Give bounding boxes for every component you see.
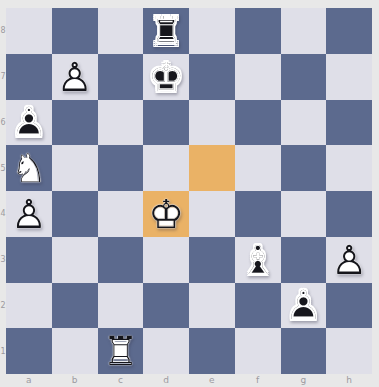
file-label-e: e xyxy=(189,373,235,387)
square-h1[interactable] xyxy=(326,328,372,374)
square-g4[interactable] xyxy=(281,191,327,237)
square-f1[interactable] xyxy=(235,328,281,374)
square-h4[interactable] xyxy=(326,191,372,237)
white-pawn-piece[interactable]: ♟♙ xyxy=(6,191,52,237)
black-pawn-piece[interactable]: ♟♙ xyxy=(6,100,52,146)
square-a4[interactable]: ♟♙ xyxy=(6,191,52,237)
square-b3[interactable] xyxy=(52,237,98,283)
square-d4[interactable]: ♚♔ xyxy=(143,191,189,237)
square-a6[interactable]: ♟♙ xyxy=(6,100,52,146)
file-label-f: f xyxy=(235,373,281,387)
square-b5[interactable] xyxy=(52,145,98,191)
square-g7[interactable] xyxy=(281,54,327,100)
square-d8[interactable]: ♜♖ xyxy=(143,8,189,54)
chess-board: ♜♖♟♙♚♔♟♙♞♘♟♙♚♔♝♗♟♙♟♙♜♖ xyxy=(6,8,372,374)
square-e4[interactable] xyxy=(189,191,235,237)
square-e3[interactable] xyxy=(189,237,235,283)
file-label-h: h xyxy=(326,373,372,387)
white-pawn-piece[interactable]: ♟♙ xyxy=(326,237,372,283)
square-a1[interactable] xyxy=(6,328,52,374)
black-pawn-outline: ♙ xyxy=(6,100,52,146)
square-e5[interactable] xyxy=(189,145,235,191)
square-d3[interactable] xyxy=(143,237,189,283)
square-f7[interactable] xyxy=(235,54,281,100)
square-a2[interactable] xyxy=(6,283,52,329)
white-rook-piece[interactable]: ♜♖ xyxy=(98,328,144,374)
square-f6[interactable] xyxy=(235,100,281,146)
square-b1[interactable] xyxy=(52,328,98,374)
square-e6[interactable] xyxy=(189,100,235,146)
square-c8[interactable] xyxy=(98,8,144,54)
square-f3[interactable]: ♝♗ xyxy=(235,237,281,283)
square-g8[interactable] xyxy=(281,8,327,54)
white-knight-piece[interactable]: ♞♘ xyxy=(6,145,52,191)
square-b7[interactable]: ♟♙ xyxy=(52,54,98,100)
square-h6[interactable] xyxy=(326,100,372,146)
square-c5[interactable] xyxy=(98,145,144,191)
file-labels: a b c d e f g h xyxy=(6,373,372,387)
white-king-outline: ♔ xyxy=(143,191,189,237)
square-h7[interactable] xyxy=(326,54,372,100)
square-b8[interactable] xyxy=(52,8,98,54)
square-g5[interactable] xyxy=(281,145,327,191)
square-d6[interactable] xyxy=(143,100,189,146)
white-king-piece[interactable]: ♚♔ xyxy=(143,191,189,237)
square-d7[interactable]: ♚♔ xyxy=(143,54,189,100)
chess-board-screenshot: 8 7 6 5 4 3 2 1 ♜♖♟♙♚♔♟♙♞♘♟♙♚♔♝♗♟♙♟♙♜♖ a… xyxy=(0,0,379,387)
white-pawn-piece[interactable]: ♟♙ xyxy=(52,54,98,100)
file-label-b: b xyxy=(52,373,98,387)
square-g3[interactable] xyxy=(281,237,327,283)
white-rook-outline: ♖ xyxy=(98,328,144,374)
square-a8[interactable] xyxy=(6,8,52,54)
square-g6[interactable] xyxy=(281,100,327,146)
white-pawn-outline: ♙ xyxy=(6,191,52,237)
square-g1[interactable] xyxy=(281,328,327,374)
square-c1[interactable]: ♜♖ xyxy=(98,328,144,374)
square-h3[interactable]: ♟♙ xyxy=(326,237,372,283)
square-e2[interactable] xyxy=(189,283,235,329)
black-pawn-piece[interactable]: ♟♙ xyxy=(281,283,327,329)
square-c2[interactable] xyxy=(98,283,144,329)
square-b6[interactable] xyxy=(52,100,98,146)
square-d5[interactable] xyxy=(143,145,189,191)
square-d1[interactable] xyxy=(143,328,189,374)
black-king-piece[interactable]: ♚♔ xyxy=(143,54,189,100)
square-f4[interactable] xyxy=(235,191,281,237)
square-d2[interactable] xyxy=(143,283,189,329)
file-label-c: c xyxy=(98,373,144,387)
square-c7[interactable] xyxy=(98,54,144,100)
square-e8[interactable] xyxy=(189,8,235,54)
square-e7[interactable] xyxy=(189,54,235,100)
file-label-a: a xyxy=(6,373,52,387)
black-rook-piece[interactable]: ♜♖ xyxy=(143,8,189,54)
square-f8[interactable] xyxy=(235,8,281,54)
square-a7[interactable] xyxy=(6,54,52,100)
black-bishop-outline: ♗ xyxy=(235,237,281,283)
white-knight-outline: ♘ xyxy=(6,145,52,191)
square-c6[interactable] xyxy=(98,100,144,146)
black-bishop-piece[interactable]: ♝♗ xyxy=(235,237,281,283)
square-h2[interactable] xyxy=(326,283,372,329)
square-e1[interactable] xyxy=(189,328,235,374)
square-a5[interactable]: ♞♘ xyxy=(6,145,52,191)
black-rook-outline: ♖ xyxy=(143,8,189,54)
square-g2[interactable]: ♟♙ xyxy=(281,283,327,329)
square-c4[interactable] xyxy=(98,191,144,237)
black-king-outline: ♔ xyxy=(143,54,189,100)
square-b2[interactable] xyxy=(52,283,98,329)
square-f2[interactable] xyxy=(235,283,281,329)
file-label-g: g xyxy=(281,373,327,387)
square-b4[interactable] xyxy=(52,191,98,237)
square-f5[interactable] xyxy=(235,145,281,191)
white-pawn-outline: ♙ xyxy=(52,54,98,100)
square-h8[interactable] xyxy=(326,8,372,54)
square-h5[interactable] xyxy=(326,145,372,191)
file-label-d: d xyxy=(143,373,189,387)
white-pawn-outline: ♙ xyxy=(326,237,372,283)
black-pawn-outline: ♙ xyxy=(281,283,327,329)
square-c3[interactable] xyxy=(98,237,144,283)
square-a3[interactable] xyxy=(6,237,52,283)
